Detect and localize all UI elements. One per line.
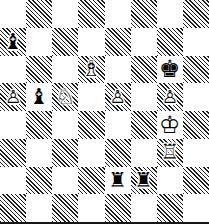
- square-d6[interactable]: ♗: [78, 56, 104, 84]
- square-f3[interactable]: [131, 139, 157, 167]
- square-b5[interactable]: ♝: [26, 83, 52, 111]
- square-c5[interactable]: ♘: [52, 83, 78, 111]
- square-d3[interactable]: [78, 139, 104, 167]
- square-e1[interactable]: [105, 194, 131, 222]
- piece-black-king-g6: ♚: [159, 57, 181, 81]
- square-b2[interactable]: [26, 167, 52, 195]
- piece-white-bishop-d6: ♗: [82, 58, 102, 80]
- square-h5[interactable]: [183, 83, 209, 111]
- square-a6[interactable]: [0, 56, 26, 84]
- square-b4[interactable]: [26, 111, 52, 139]
- square-f7[interactable]: [131, 28, 157, 56]
- square-c7[interactable]: [52, 28, 78, 56]
- piece-white-pawn-a5: ♙: [5, 88, 21, 106]
- square-f4[interactable]: [131, 111, 157, 139]
- square-c2[interactable]: [52, 167, 78, 195]
- piece-white-rook-g3: ♖: [160, 142, 179, 163]
- square-f2[interactable]: ♜: [131, 167, 157, 195]
- square-d1[interactable]: [78, 194, 104, 222]
- piece-black-rook-f2: ♜: [134, 170, 153, 191]
- piece-white-pawn-e5: ♙: [109, 88, 125, 106]
- piece-white-king-g4: ♔: [159, 113, 181, 137]
- square-b3[interactable]: [26, 139, 52, 167]
- square-g8[interactable]: [157, 0, 183, 28]
- square-e2[interactable]: ♜: [105, 167, 131, 195]
- piece-black-rook-e2: ♜: [108, 170, 127, 191]
- square-c3[interactable]: [52, 139, 78, 167]
- square-b1[interactable]: [26, 194, 52, 222]
- square-e6[interactable]: [105, 56, 131, 84]
- square-c1[interactable]: [52, 194, 78, 222]
- square-d7[interactable]: [78, 28, 104, 56]
- square-b8[interactable]: [26, 0, 52, 28]
- square-a3[interactable]: [0, 139, 26, 167]
- chess-board: ♝♗♚♙♝♘♙♙♔♖♜♜: [0, 0, 209, 224]
- square-h6[interactable]: [183, 56, 209, 84]
- square-g3[interactable]: ♖: [157, 139, 183, 167]
- piece-black-bishop-a7: ♝: [3, 31, 23, 53]
- piece-black-bishop-b5: ♝: [29, 86, 49, 108]
- square-e4[interactable]: [105, 111, 131, 139]
- square-c6[interactable]: [52, 56, 78, 84]
- piece-white-pawn-g5: ♙: [162, 88, 178, 106]
- square-f6[interactable]: [131, 56, 157, 84]
- square-d5[interactable]: [78, 83, 104, 111]
- square-e8[interactable]: [105, 0, 131, 28]
- square-h3[interactable]: [183, 139, 209, 167]
- square-a5[interactable]: ♙: [0, 83, 26, 111]
- square-e7[interactable]: [105, 28, 131, 56]
- square-g6[interactable]: ♚: [157, 56, 183, 84]
- square-f5[interactable]: [131, 83, 157, 111]
- square-e5[interactable]: ♙: [105, 83, 131, 111]
- square-h1[interactable]: [183, 194, 209, 222]
- square-b6[interactable]: [26, 56, 52, 84]
- square-h2[interactable]: [183, 167, 209, 195]
- square-d8[interactable]: [78, 0, 104, 28]
- square-a8[interactable]: [0, 0, 26, 28]
- square-a7[interactable]: ♝: [0, 28, 26, 56]
- square-c4[interactable]: [52, 111, 78, 139]
- square-a1[interactable]: [0, 194, 26, 222]
- square-g7[interactable]: [157, 28, 183, 56]
- square-e3[interactable]: [105, 139, 131, 167]
- square-h4[interactable]: [183, 111, 209, 139]
- square-h7[interactable]: [183, 28, 209, 56]
- square-c8[interactable]: [52, 0, 78, 28]
- square-g2[interactable]: [157, 167, 183, 195]
- piece-white-knight-c5: ♘: [55, 86, 75, 108]
- square-g5[interactable]: ♙: [157, 83, 183, 111]
- square-d2[interactable]: [78, 167, 104, 195]
- square-h8[interactable]: [183, 0, 209, 28]
- square-g1[interactable]: [157, 194, 183, 222]
- square-g4[interactable]: ♔: [157, 111, 183, 139]
- square-d4[interactable]: [78, 111, 104, 139]
- square-f1[interactable]: [131, 194, 157, 222]
- square-a4[interactable]: [0, 111, 26, 139]
- square-a2[interactable]: [0, 167, 26, 195]
- square-f8[interactable]: [131, 0, 157, 28]
- square-b7[interactable]: [26, 28, 52, 56]
